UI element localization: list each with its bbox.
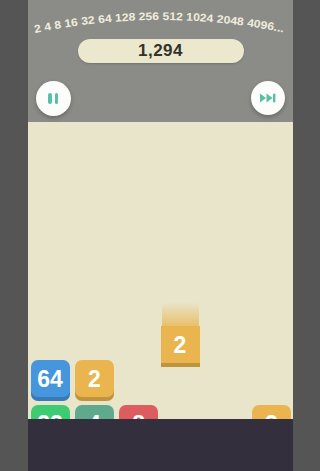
falling-tile-trail <box>162 302 199 327</box>
empty-cell <box>119 360 158 401</box>
score-value: 1,294 <box>138 41 183 61</box>
empty-cell <box>208 360 247 401</box>
skip-button[interactable] <box>251 81 285 115</box>
number-sequence-text: 2 4 8 16 32 64 128 256 512 1024 2048 409… <box>33 10 285 35</box>
pause-button[interactable] <box>36 81 71 116</box>
falling-tile: 2 <box>161 326 200 367</box>
number-sequence-arc: 2 4 8 16 32 64 128 256 512 1024 2048 409… <box>28 2 293 44</box>
footer-bar <box>28 419 293 471</box>
score-display: 1,294 <box>78 39 244 63</box>
fast-forward-icon <box>260 93 276 103</box>
pause-icon <box>48 93 58 104</box>
tile-64: 64 <box>31 360 70 401</box>
header: 2 4 8 16 32 64 128 256 512 1024 2048 409… <box>28 0 293 122</box>
svg-text:2 4 8 16 32 64 128 256 512 102: 2 4 8 16 32 64 128 256 512 1024 2048 409… <box>33 10 285 35</box>
play-area[interactable]: 2 6423248241664828412816256832 <box>28 122 293 419</box>
game-screen: 2 4 8 16 32 64 128 256 512 1024 2048 409… <box>28 0 293 471</box>
empty-cell <box>252 360 291 401</box>
tile-2: 2 <box>75 360 114 401</box>
